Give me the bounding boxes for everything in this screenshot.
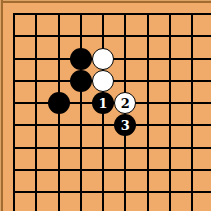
board-edge-shadow-left (1, 0, 3, 211)
board-edge-shadow-top (0, 1, 211, 3)
grid-line-vertical-4 (80, 13, 82, 211)
go-board: 123 (0, 0, 211, 211)
grid-line-vertical-9 (191, 13, 193, 211)
move-2-stone-white-F15: 2 (114, 92, 136, 114)
stone-white-E16 (92, 70, 114, 92)
move-number-label: 3 (121, 119, 130, 132)
move-number-label: 1 (98, 97, 107, 110)
grid-line-horizontal-9 (13, 191, 211, 193)
grid-line-vertical-2 (35, 13, 37, 211)
go-diagram: 123 (0, 0, 211, 211)
move-number-label: 2 (121, 97, 130, 110)
stone-black-D17 (70, 48, 92, 70)
move-3-stone-black-F14: 3 (114, 114, 136, 136)
grid-line-horizontal-6 (13, 124, 211, 126)
grid-line-horizontal-2 (13, 35, 211, 37)
stone-black-D16 (70, 70, 92, 92)
grid-line-horizontal-8 (13, 169, 211, 171)
stone-black-C15 (48, 92, 70, 114)
grid-line-horizontal-1 (13, 13, 211, 15)
grid-line-vertical-1 (13, 13, 15, 211)
grid-line-vertical-8 (169, 13, 171, 211)
move-1-stone-black-E15: 1 (92, 92, 114, 114)
stone-white-E17 (92, 48, 114, 70)
grid-line-vertical-7 (147, 13, 149, 211)
grid-line-horizontal-7 (13, 147, 211, 149)
